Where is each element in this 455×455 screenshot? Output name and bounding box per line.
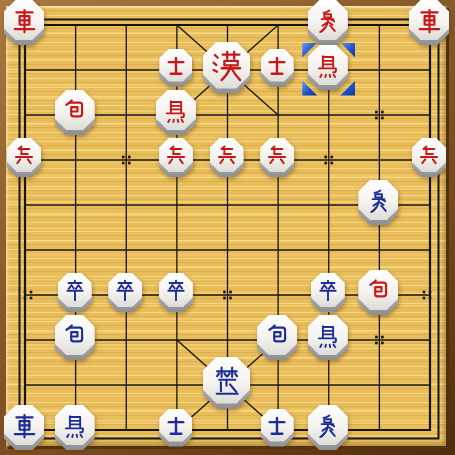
piece-cho-cannon[interactable]	[257, 315, 297, 360]
piece-han-cannon[interactable]	[55, 90, 95, 135]
piece-face	[260, 138, 294, 172]
piece-face	[311, 273, 345, 307]
soldier-glyph-icon	[417, 144, 441, 168]
piece-han-cannon[interactable]	[358, 270, 398, 315]
horse-glyph-icon	[61, 413, 88, 440]
piece-cho-horse[interactable]	[308, 315, 348, 360]
piece-face	[4, 405, 44, 445]
piece-cho-cannon[interactable]	[55, 315, 95, 360]
soldier-glyph-icon	[113, 279, 137, 303]
horse-glyph-icon	[314, 53, 341, 80]
piece-face	[156, 90, 196, 130]
piece-cho-elephant[interactable]	[358, 180, 398, 225]
piece-cho-soldier[interactable]	[311, 273, 345, 312]
piece-han-soldier[interactable]	[412, 138, 446, 177]
guard-glyph-icon	[265, 54, 289, 78]
piece-cho-horse[interactable]	[55, 405, 95, 450]
horse-glyph-icon	[314, 323, 341, 350]
piece-cho-soldier[interactable]	[159, 273, 193, 312]
guard-glyph-icon	[265, 414, 289, 438]
piece-han-king[interactable]	[203, 42, 250, 94]
piece-han-guard[interactable]	[159, 49, 192, 87]
piece-face	[108, 273, 142, 307]
piece-han-chariot[interactable]	[409, 0, 449, 45]
horse-glyph-icon	[162, 98, 189, 125]
piece-face	[358, 180, 398, 220]
piece-face	[308, 405, 348, 445]
piece-cho-guard[interactable]	[261, 409, 294, 447]
elephant-glyph-icon	[314, 413, 341, 440]
piece-face	[203, 42, 250, 89]
piece-han-horse[interactable]	[308, 45, 348, 90]
piece-cho-soldier[interactable]	[58, 273, 92, 312]
king-glyph-icon	[209, 364, 244, 399]
cannon-glyph-icon	[61, 323, 88, 350]
chariot-glyph-icon	[416, 8, 443, 35]
cannon-glyph-icon	[61, 98, 88, 125]
piece-face	[159, 49, 192, 82]
piece-face	[358, 270, 398, 310]
piece-face	[7, 138, 41, 172]
piece-han-soldier[interactable]	[7, 138, 41, 177]
piece-face	[203, 357, 250, 404]
piece-face	[159, 138, 193, 172]
piece-han-chariot[interactable]	[4, 0, 44, 45]
piece-face	[4, 0, 44, 40]
chariot-glyph-icon	[11, 8, 38, 35]
soldier-glyph-icon	[316, 279, 340, 303]
piece-face	[261, 409, 294, 442]
piece-face	[308, 315, 348, 355]
piece-face	[308, 45, 348, 85]
janggi-board[interactable]	[0, 0, 455, 455]
king-glyph-icon	[209, 49, 244, 84]
piece-cho-king[interactable]	[203, 357, 250, 409]
janggi-app	[0, 0, 455, 455]
piece-han-soldier[interactable]	[260, 138, 294, 177]
piece-face	[55, 90, 95, 130]
piece-face	[308, 0, 348, 40]
soldier-glyph-icon	[12, 144, 36, 168]
guard-glyph-icon	[164, 414, 188, 438]
piece-han-elephant[interactable]	[308, 0, 348, 45]
piece-han-horse[interactable]	[156, 90, 196, 135]
piece-face	[257, 315, 297, 355]
piece-face	[412, 138, 446, 172]
piece-face	[409, 0, 449, 40]
chariot-glyph-icon	[11, 413, 38, 440]
guard-glyph-icon	[164, 54, 188, 78]
piece-cho-elephant[interactable]	[308, 405, 348, 450]
elephant-glyph-icon	[314, 8, 341, 35]
piece-face	[58, 273, 92, 307]
piece-cho-guard[interactable]	[159, 409, 192, 447]
piece-face	[159, 273, 193, 307]
soldier-glyph-icon	[265, 144, 289, 168]
cannon-glyph-icon	[365, 278, 392, 305]
piece-face	[55, 315, 95, 355]
piece-han-soldier[interactable]	[210, 138, 244, 177]
soldier-glyph-icon	[215, 144, 239, 168]
soldier-glyph-icon	[63, 279, 87, 303]
piece-han-guard[interactable]	[261, 49, 294, 87]
soldier-glyph-icon	[164, 144, 188, 168]
piece-face	[55, 405, 95, 445]
piece-face	[210, 138, 244, 172]
piece-face	[159, 409, 192, 442]
piece-cho-chariot[interactable]	[4, 405, 44, 450]
piece-cho-soldier[interactable]	[108, 273, 142, 312]
elephant-glyph-icon	[365, 188, 392, 215]
soldier-glyph-icon	[164, 279, 188, 303]
piece-han-soldier[interactable]	[159, 138, 193, 177]
cannon-glyph-icon	[264, 323, 291, 350]
piece-face	[261, 49, 294, 82]
